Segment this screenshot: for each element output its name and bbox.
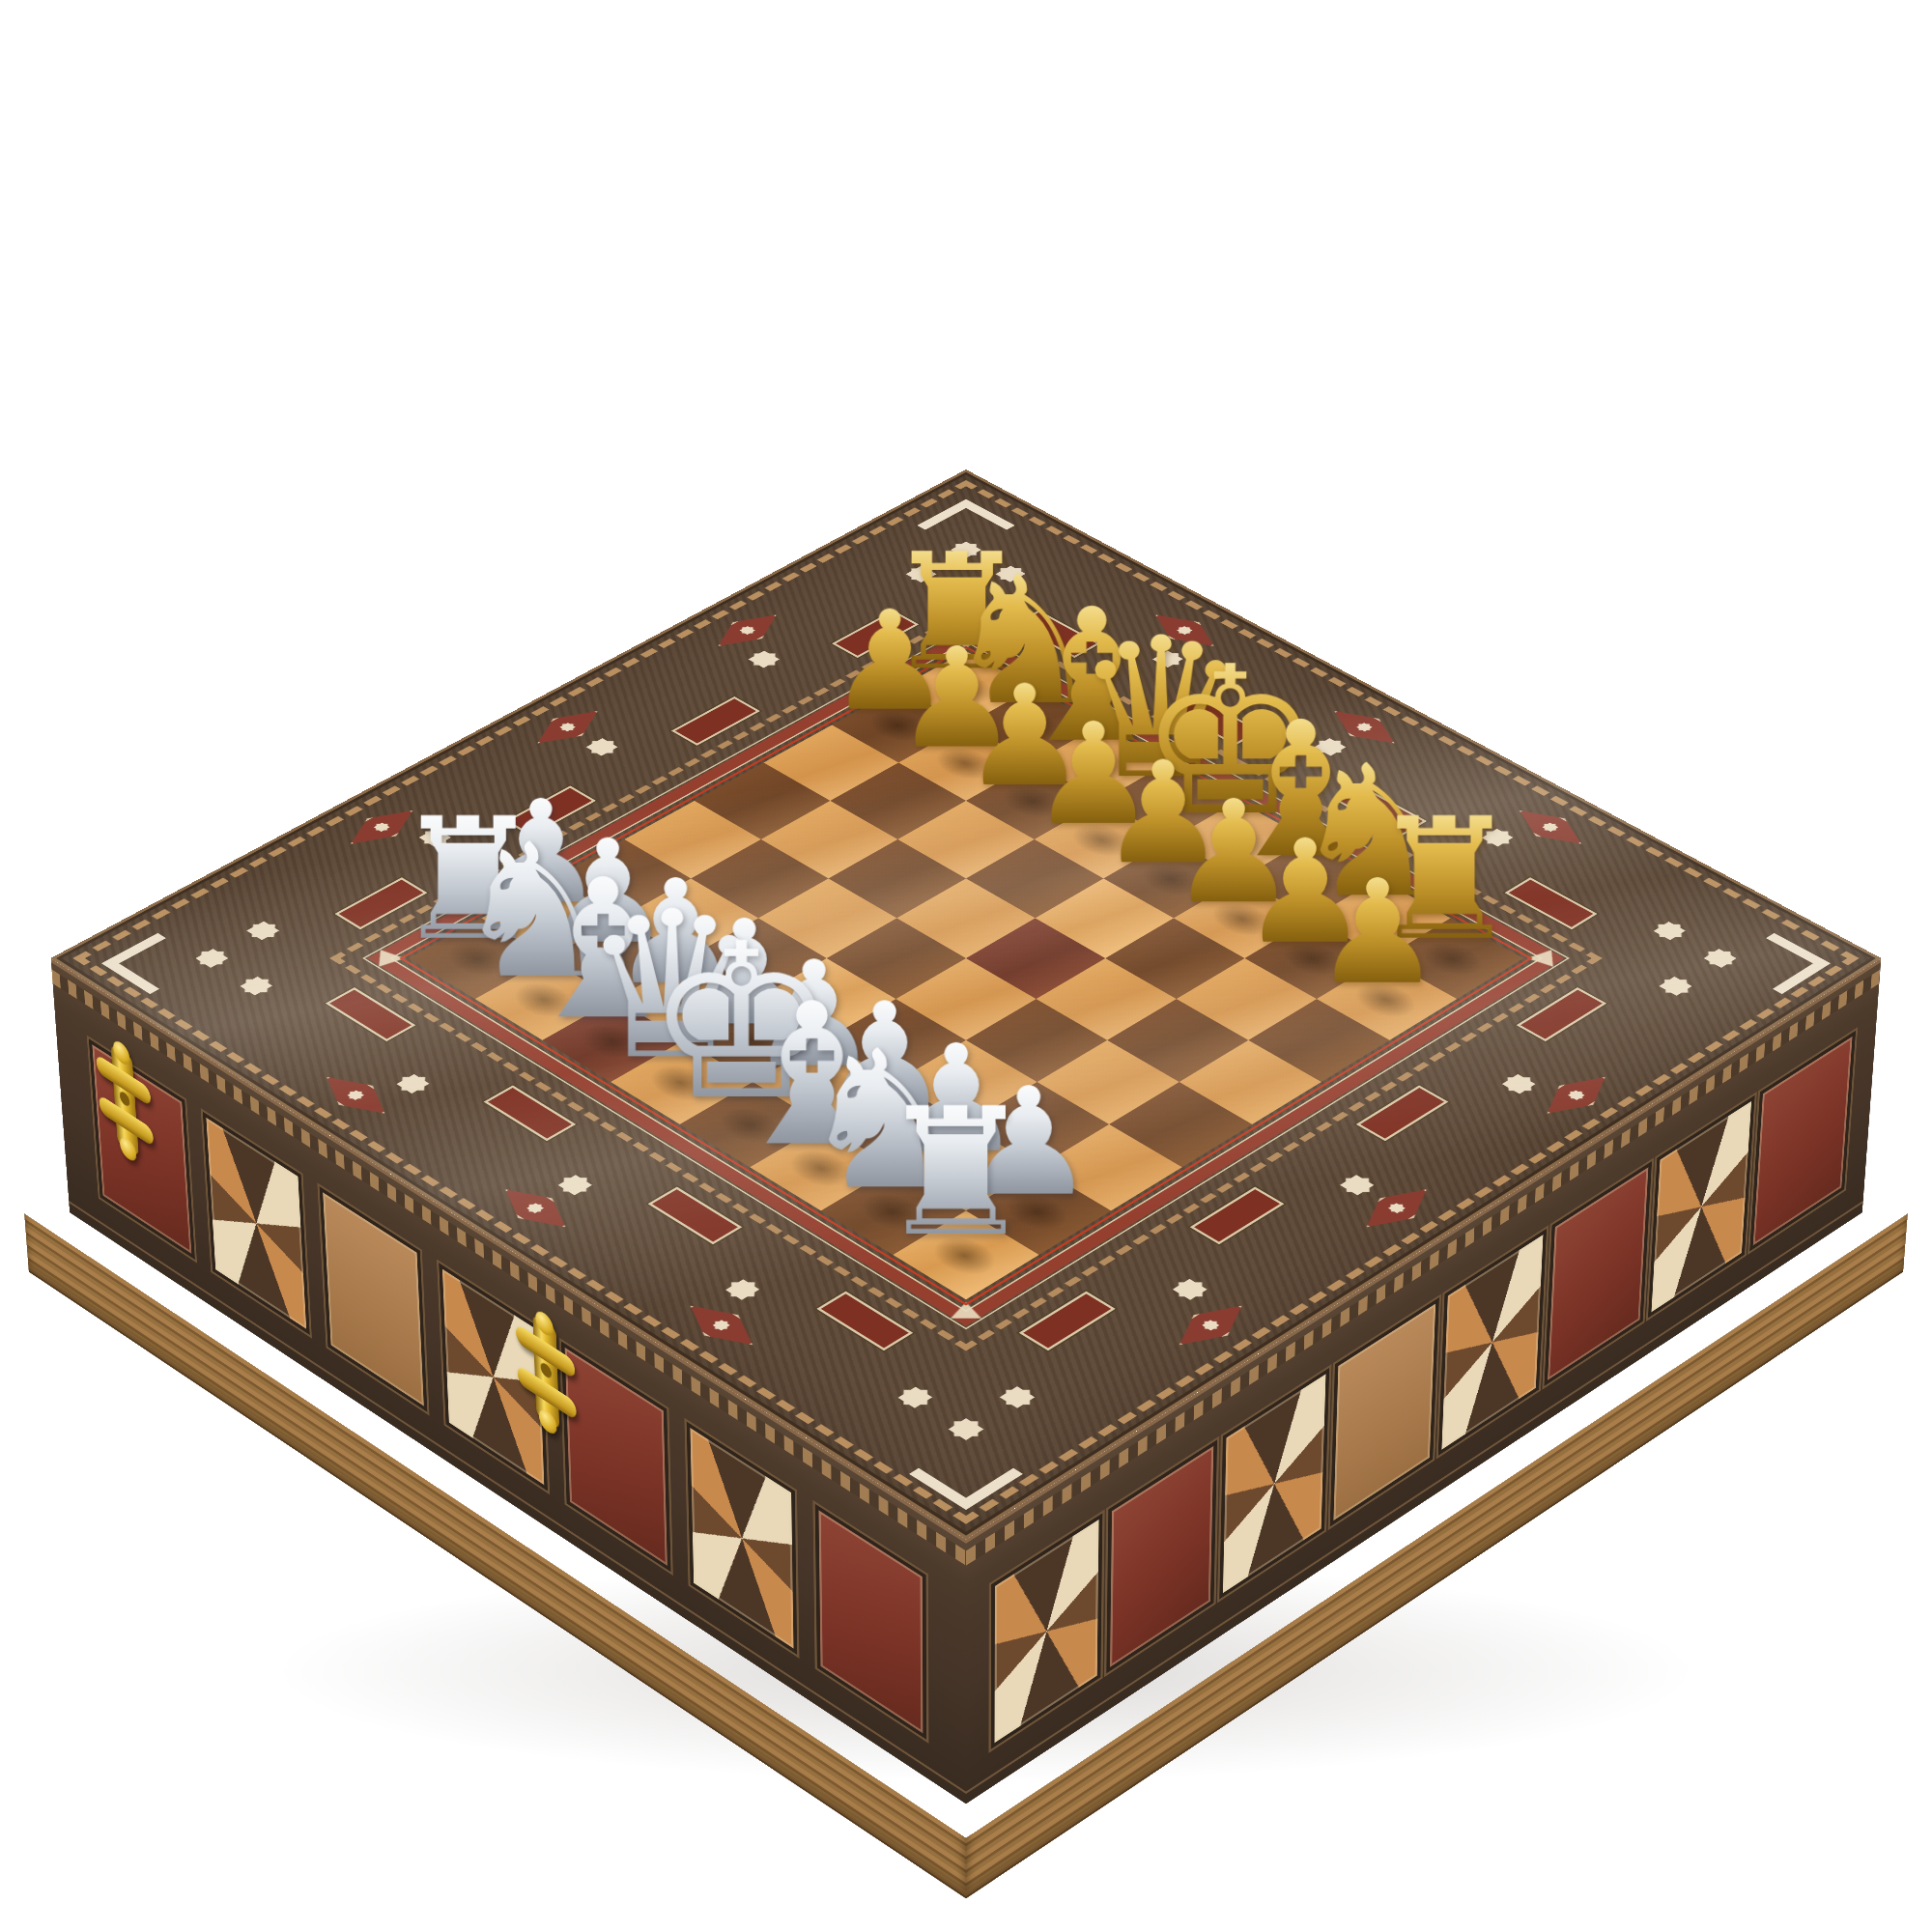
box-panel-red [815, 1503, 926, 1739]
chess-box: ♜♞♝♛♚♝♞♜♟♟♟♟♟♟♟♟♟♟♟♟♟♟♟♟♜♞♝♛♚♝♞♜ [50, 469, 1881, 1540]
star-motif-icon [1173, 624, 1196, 637]
stage: ♜♞♝♛♚♝♞♜♟♟♟♟♟♟♟♟♟♟♟♟♟♟♟♟♜♞♝♛♚♝♞♜ [0, 0, 1932, 1932]
box-panel-star [203, 1111, 310, 1334]
box-panel-star [1438, 1228, 1547, 1455]
box-panel-star [1648, 1094, 1755, 1318]
product-photo-chess-set: ♜♞♝♛♚♝♞♜♟♟♟♟♟♟♟♟♟♟♟♟♟♟♟♟♜♞♝♛♚♝♞♜ [0, 0, 1932, 1932]
box-panel-red [1545, 1161, 1652, 1386]
triangle-motif [952, 636, 980, 649]
box-panel-star [1219, 1368, 1329, 1600]
box-panel-red [1749, 1030, 1856, 1251]
box-panel-star [991, 1513, 1103, 1748]
box-panel-red [1106, 1439, 1217, 1673]
chess-piece-silver-rook: ♜ [824, 1085, 1088, 1262]
chess-piece-gold-pawn: ♟ [1251, 861, 1504, 1005]
box-panel-plain [320, 1186, 428, 1412]
star-motif-icon [1352, 721, 1377, 734]
box-panel-star [687, 1421, 798, 1654]
box-panel-plain [1330, 1297, 1439, 1526]
piece-cell: ♜ [893, 1210, 1038, 1299]
star-motif-icon [555, 721, 580, 734]
star-motif-icon [736, 624, 759, 637]
